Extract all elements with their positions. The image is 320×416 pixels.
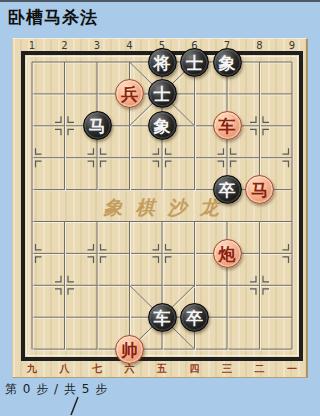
file-label-bottom: 八: [55, 362, 75, 376]
file-label-top: 3: [87, 40, 107, 51]
black-piece-卒[interactable]: 卒: [180, 303, 209, 332]
black-piece-将[interactable]: 将: [148, 48, 177, 77]
move-counter: 第 0 步 / 共 5 步: [5, 381, 108, 398]
page-title: 卧槽马杀法: [8, 6, 98, 29]
file-label-bottom: 二: [250, 362, 270, 376]
file-label-top: 8: [250, 40, 270, 51]
black-piece-士[interactable]: 士: [148, 79, 177, 108]
black-piece-车[interactable]: 车: [148, 303, 177, 332]
red-piece-马[interactable]: 马: [245, 175, 274, 204]
file-label-top: 9: [282, 40, 302, 51]
file-label-bottom: 七: [87, 362, 107, 376]
xiangqi-board[interactable]: 123456789 九八七六五四三二一 象棋沙龙 将士象兵士马象车卒马炮车卒帅: [12, 38, 308, 378]
file-label-top: 4: [120, 40, 140, 51]
window-top-edge: [0, 0, 320, 2]
black-piece-卒[interactable]: 卒: [213, 175, 242, 204]
file-label-bottom: 五: [152, 362, 172, 376]
black-piece-士[interactable]: 士: [180, 48, 209, 77]
file-label-bottom: 九: [22, 362, 42, 376]
black-piece-象[interactable]: 象: [148, 111, 177, 140]
file-label-bottom: 三: [217, 362, 237, 376]
slash-annotation: [64, 394, 82, 416]
file-label-bottom: 一: [282, 362, 302, 376]
red-piece-炮[interactable]: 炮: [213, 239, 242, 268]
red-piece-车[interactable]: 车: [213, 111, 242, 140]
black-piece-象[interactable]: 象: [213, 48, 242, 77]
file-label-top: 2: [55, 40, 75, 51]
file-label-top: 1: [22, 40, 42, 51]
file-label-bottom: 四: [185, 362, 205, 376]
red-piece-帅[interactable]: 帅: [115, 335, 144, 364]
black-piece-马[interactable]: 马: [83, 111, 112, 140]
